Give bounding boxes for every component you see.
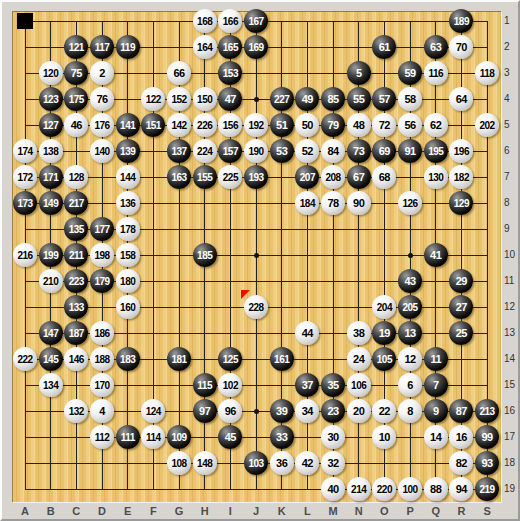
stone-white-2[interactable]: 2 bbox=[90, 61, 114, 85]
column-label-I: I bbox=[221, 505, 239, 517]
stone-black-173[interactable]: 173 bbox=[13, 191, 37, 215]
row-label-15: 15 bbox=[504, 379, 520, 390]
stone-black-41[interactable]: 41 bbox=[424, 243, 448, 267]
row-label-3: 3 bbox=[504, 67, 520, 78]
stone-black-11[interactable]: 11 bbox=[424, 347, 448, 371]
stone-black-63[interactable]: 63 bbox=[424, 35, 448, 59]
stone-black-23[interactable]: 23 bbox=[321, 399, 345, 423]
stone-white-176[interactable]: 176 bbox=[90, 113, 114, 137]
stone-black-13[interactable]: 13 bbox=[398, 321, 422, 345]
row-label-14: 14 bbox=[504, 353, 520, 364]
stone-black-213[interactable]: 213 bbox=[475, 399, 499, 423]
column-label-C: C bbox=[67, 505, 85, 517]
stone-white-190[interactable]: 190 bbox=[244, 139, 268, 163]
row-label-18: 18 bbox=[504, 457, 520, 468]
stone-white-164[interactable]: 164 bbox=[193, 35, 217, 59]
stone-black-115[interactable]: 115 bbox=[193, 373, 217, 397]
stone-white-188[interactable]: 188 bbox=[90, 347, 114, 371]
stone-white-88[interactable]: 88 bbox=[424, 477, 448, 501]
stone-white-160[interactable]: 160 bbox=[116, 295, 140, 319]
stone-white-118[interactable]: 118 bbox=[475, 61, 499, 85]
row-label-10: 10 bbox=[504, 249, 520, 260]
hoshi-dot bbox=[408, 253, 413, 258]
stone-white-142[interactable]: 142 bbox=[167, 113, 191, 137]
go-kifu-window: 1681661671891211171191641651696163701207… bbox=[0, 0, 520, 521]
stone-white-216[interactable]: 216 bbox=[13, 243, 37, 267]
stone-black-109[interactable]: 109 bbox=[167, 425, 191, 449]
stone-white-148[interactable]: 148 bbox=[193, 451, 217, 475]
stone-white-30[interactable]: 30 bbox=[321, 425, 345, 449]
stone-black-127[interactable]: 127 bbox=[39, 113, 63, 137]
row-label-4: 4 bbox=[504, 93, 520, 104]
stone-white-4[interactable]: 4 bbox=[90, 399, 114, 423]
stone-black-137[interactable]: 137 bbox=[167, 139, 191, 163]
stone-white-66[interactable]: 66 bbox=[167, 61, 191, 85]
stone-white-210[interactable]: 210 bbox=[39, 269, 63, 293]
stone-black-5[interactable]: 5 bbox=[347, 61, 371, 85]
row-label-7: 7 bbox=[504, 171, 520, 182]
column-label-D: D bbox=[93, 505, 111, 517]
stone-black-43[interactable]: 43 bbox=[398, 269, 422, 293]
stone-black-9[interactable]: 9 bbox=[424, 399, 448, 423]
stone-black-205[interactable]: 205 bbox=[398, 295, 422, 319]
stone-black-167[interactable]: 167 bbox=[244, 9, 268, 33]
stone-white-24[interactable]: 24 bbox=[347, 347, 371, 371]
stone-black-117[interactable]: 117 bbox=[90, 35, 114, 59]
row-label-17: 17 bbox=[504, 431, 520, 442]
stone-white-48[interactable]: 48 bbox=[347, 113, 371, 137]
stone-white-108[interactable]: 108 bbox=[167, 451, 191, 475]
stone-white-14[interactable]: 14 bbox=[424, 425, 448, 449]
stone-white-12[interactable]: 12 bbox=[398, 347, 422, 371]
stone-white-116[interactable]: 116 bbox=[424, 61, 448, 85]
stone-black-199[interactable]: 199 bbox=[39, 243, 63, 267]
stone-black-147[interactable]: 147 bbox=[39, 321, 63, 345]
stone-black-35[interactable]: 35 bbox=[321, 373, 345, 397]
stone-black-73[interactable]: 73 bbox=[347, 139, 371, 163]
hoshi-dot bbox=[254, 409, 259, 414]
column-label-Q: Q bbox=[427, 505, 445, 517]
stone-black-169[interactable]: 169 bbox=[244, 35, 268, 59]
stone-black-33[interactable]: 33 bbox=[270, 425, 294, 449]
column-label-R: R bbox=[452, 505, 470, 517]
stone-white-136[interactable]: 136 bbox=[116, 191, 140, 215]
stone-black-163[interactable]: 163 bbox=[167, 165, 191, 189]
stone-black-181[interactable]: 181 bbox=[167, 347, 191, 371]
stone-white-130[interactable]: 130 bbox=[424, 165, 448, 189]
stone-white-106[interactable]: 106 bbox=[347, 373, 371, 397]
hoshi-dot bbox=[254, 97, 259, 102]
stone-white-226[interactable]: 226 bbox=[193, 113, 217, 137]
column-label-L: L bbox=[298, 505, 316, 517]
stone-white-120[interactable]: 120 bbox=[39, 61, 63, 85]
stone-black-55[interactable]: 55 bbox=[347, 87, 371, 111]
column-label-P: P bbox=[401, 505, 419, 517]
stone-black-119[interactable]: 119 bbox=[116, 35, 140, 59]
row-label-9: 9 bbox=[504, 223, 520, 234]
column-label-K: K bbox=[273, 505, 291, 517]
stone-white-78[interactable]: 78 bbox=[321, 191, 345, 215]
stone-black-139[interactable]: 139 bbox=[116, 139, 140, 163]
stone-black-123[interactable]: 123 bbox=[39, 87, 63, 111]
stone-white-222[interactable]: 222 bbox=[13, 347, 37, 371]
stone-white-38[interactable]: 38 bbox=[347, 321, 371, 345]
stone-white-62[interactable]: 62 bbox=[424, 113, 448, 137]
stone-white-158[interactable]: 158 bbox=[116, 243, 140, 267]
stone-black-145[interactable]: 145 bbox=[39, 347, 63, 371]
row-label-5: 5 bbox=[504, 119, 520, 130]
stone-white-152[interactable]: 152 bbox=[167, 87, 191, 111]
stone-black-219[interactable]: 219 bbox=[475, 477, 499, 501]
stone-black-155[interactable]: 155 bbox=[193, 165, 217, 189]
column-label-J: J bbox=[247, 505, 265, 517]
row-label-19: 19 bbox=[504, 483, 520, 494]
stone-white-8[interactable]: 8 bbox=[398, 399, 422, 423]
last-move-triangle-marker bbox=[241, 290, 250, 299]
column-label-H: H bbox=[196, 505, 214, 517]
stone-black-141[interactable]: 141 bbox=[116, 113, 140, 137]
row-label-12: 12 bbox=[504, 301, 520, 312]
row-label-6: 6 bbox=[504, 145, 520, 156]
stone-black-195[interactable]: 195 bbox=[424, 139, 448, 163]
stone-black-103[interactable]: 103 bbox=[244, 451, 268, 475]
stone-white-90[interactable]: 90 bbox=[347, 191, 371, 215]
stone-white-170[interactable]: 170 bbox=[90, 373, 114, 397]
stone-white-144[interactable]: 144 bbox=[116, 165, 140, 189]
stone-white-224[interactable]: 224 bbox=[193, 139, 217, 163]
column-label-G: G bbox=[170, 505, 188, 517]
hoshi-dot bbox=[254, 253, 259, 258]
stone-white-84[interactable]: 84 bbox=[321, 139, 345, 163]
stone-white-58[interactable]: 58 bbox=[398, 87, 422, 111]
stone-black-149[interactable]: 149 bbox=[39, 191, 63, 215]
row-label-11: 11 bbox=[504, 275, 520, 286]
stone-white-180[interactable]: 180 bbox=[116, 269, 140, 293]
column-label-S: S bbox=[478, 505, 496, 517]
stone-white-150[interactable]: 150 bbox=[193, 87, 217, 111]
stone-black-161[interactable]: 161 bbox=[270, 347, 294, 371]
column-label-A: A bbox=[16, 505, 34, 517]
stone-white-6[interactable]: 6 bbox=[398, 373, 422, 397]
row-label-8: 8 bbox=[504, 197, 520, 208]
stone-white-214[interactable]: 214 bbox=[347, 477, 371, 501]
stone-black-185[interactable]: 185 bbox=[193, 243, 217, 267]
stone-white-198[interactable]: 198 bbox=[90, 243, 114, 267]
stone-white-76[interactable]: 76 bbox=[90, 87, 114, 111]
corner-square-marker bbox=[17, 13, 33, 29]
stone-black-39[interactable]: 39 bbox=[270, 399, 294, 423]
stone-white-20[interactable]: 20 bbox=[347, 399, 371, 423]
stone-white-40[interactable]: 40 bbox=[321, 477, 345, 501]
column-label-N: N bbox=[350, 505, 368, 517]
stone-black-171[interactable]: 171 bbox=[39, 165, 63, 189]
column-label-E: E bbox=[119, 505, 137, 517]
stone-white-208[interactable]: 208 bbox=[321, 165, 345, 189]
row-label-1: 1 bbox=[504, 15, 520, 26]
stone-black-79[interactable]: 79 bbox=[321, 113, 345, 137]
stone-white-140[interactable]: 140 bbox=[90, 139, 114, 163]
stone-black-177[interactable]: 177 bbox=[90, 217, 114, 241]
stone-black-59[interactable]: 59 bbox=[398, 61, 422, 85]
stone-black-99[interactable]: 99 bbox=[475, 425, 499, 449]
stone-black-91[interactable]: 91 bbox=[398, 139, 422, 163]
stone-black-183[interactable]: 183 bbox=[116, 347, 140, 371]
stone-white-168[interactable]: 168 bbox=[193, 9, 217, 33]
stone-black-227[interactable]: 227 bbox=[270, 87, 294, 111]
row-label-13: 13 bbox=[504, 327, 520, 338]
stone-black-193[interactable]: 193 bbox=[244, 165, 268, 189]
stone-white-202[interactable]: 202 bbox=[475, 113, 499, 137]
stone-white-186[interactable]: 186 bbox=[90, 321, 114, 345]
row-label-2: 2 bbox=[504, 41, 520, 52]
stone-black-111[interactable]: 111 bbox=[116, 425, 140, 449]
stone-black-53[interactable]: 53 bbox=[270, 139, 294, 163]
stone-white-174[interactable]: 174 bbox=[13, 139, 37, 163]
column-label-M: M bbox=[324, 505, 342, 517]
column-label-B: B bbox=[42, 505, 60, 517]
column-label-O: O bbox=[375, 505, 393, 517]
stone-black-93[interactable]: 93 bbox=[475, 451, 499, 475]
stone-black-85[interactable]: 85 bbox=[321, 87, 345, 111]
stone-white-100[interactable]: 100 bbox=[398, 477, 422, 501]
stone-white-56[interactable]: 56 bbox=[398, 113, 422, 137]
stone-white-138[interactable]: 138 bbox=[39, 139, 63, 163]
stone-white-178[interactable]: 178 bbox=[116, 217, 140, 241]
row-label-16: 16 bbox=[504, 405, 520, 416]
stone-white-126[interactable]: 126 bbox=[398, 191, 422, 215]
stone-white-134[interactable]: 134 bbox=[39, 373, 63, 397]
stone-black-97[interactable]: 97 bbox=[193, 399, 217, 423]
stone-black-51[interactable]: 51 bbox=[270, 113, 294, 137]
stone-black-179[interactable]: 179 bbox=[90, 269, 114, 293]
stone-white-112[interactable]: 112 bbox=[90, 425, 114, 449]
stone-white-32[interactable]: 32 bbox=[321, 451, 345, 475]
stone-white-36[interactable]: 36 bbox=[270, 451, 294, 475]
stone-white-172[interactable]: 172 bbox=[13, 165, 37, 189]
column-label-F: F bbox=[144, 505, 162, 517]
stone-black-7[interactable]: 7 bbox=[424, 373, 448, 397]
stone-white-192[interactable]: 192 bbox=[244, 113, 268, 137]
stone-black-67[interactable]: 67 bbox=[347, 165, 371, 189]
